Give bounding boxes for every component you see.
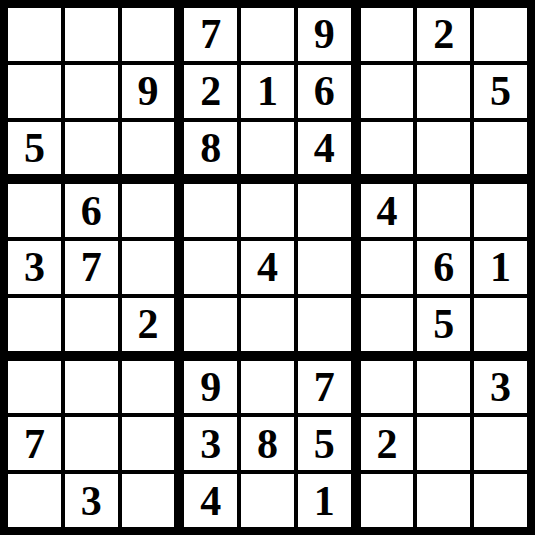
cell-r3c8[interactable] — [417, 122, 470, 175]
cell-r2c8[interactable] — [417, 65, 470, 118]
cell-r7c1[interactable] — [8, 361, 61, 414]
cell-r9c7[interactable] — [361, 474, 414, 527]
cell-r5c5: 4 — [241, 241, 294, 294]
cell-r5c8: 6 — [417, 241, 470, 294]
cell-r9c3[interactable] — [122, 474, 175, 527]
sudoku-box-3: 25 — [361, 8, 527, 174]
cell-r8c2[interactable] — [65, 417, 118, 470]
cell-r5c4[interactable] — [184, 241, 237, 294]
cell-r7c8[interactable] — [417, 361, 470, 414]
cell-r7c2[interactable] — [65, 361, 118, 414]
cell-r9c6: 1 — [298, 474, 351, 527]
sudoku-box-9: 32 — [361, 361, 527, 527]
cell-r2c7[interactable] — [361, 65, 414, 118]
sudoku-box-7: 73 — [8, 361, 174, 527]
cell-r1c3[interactable] — [122, 8, 175, 61]
cell-r6c6[interactable] — [298, 298, 351, 351]
cell-r5c9: 1 — [474, 241, 527, 294]
sudoku-board: 9579216842563724461573973854132 — [0, 0, 535, 535]
cell-r3c1: 5 — [8, 122, 61, 175]
cell-r2c4: 2 — [184, 65, 237, 118]
sudoku-box-6: 4615 — [361, 184, 527, 350]
cell-r1c8: 2 — [417, 8, 470, 61]
cell-r2c9: 5 — [474, 65, 527, 118]
cell-r7c6: 7 — [298, 361, 351, 414]
cell-r3c5[interactable] — [241, 122, 294, 175]
cell-r4c2: 6 — [65, 184, 118, 237]
cell-r8c3[interactable] — [122, 417, 175, 470]
cell-r3c9[interactable] — [474, 122, 527, 175]
cell-r6c9[interactable] — [474, 298, 527, 351]
cell-r5c7[interactable] — [361, 241, 414, 294]
cell-r3c6: 4 — [298, 122, 351, 175]
cell-r6c2[interactable] — [65, 298, 118, 351]
cell-r7c3[interactable] — [122, 361, 175, 414]
cell-r5c6[interactable] — [298, 241, 351, 294]
cell-r3c7[interactable] — [361, 122, 414, 175]
cell-r5c2: 7 — [65, 241, 118, 294]
cell-r6c3: 2 — [122, 298, 175, 351]
cell-r9c5[interactable] — [241, 474, 294, 527]
cell-r4c4[interactable] — [184, 184, 237, 237]
cell-r1c4: 7 — [184, 8, 237, 61]
cell-r5c3[interactable] — [122, 241, 175, 294]
cell-r8c8[interactable] — [417, 417, 470, 470]
sudoku-box-1: 95 — [8, 8, 174, 174]
sudoku-box-5: 4 — [184, 184, 350, 350]
sudoku-box-2: 7921684 — [184, 8, 350, 174]
cell-r4c7: 4 — [361, 184, 414, 237]
cell-r2c2[interactable] — [65, 65, 118, 118]
cell-r4c1[interactable] — [8, 184, 61, 237]
cell-r6c4[interactable] — [184, 298, 237, 351]
cell-r8c1: 7 — [8, 417, 61, 470]
cell-r9c9[interactable] — [474, 474, 527, 527]
cell-r8c7: 2 — [361, 417, 414, 470]
cell-r4c9[interactable] — [474, 184, 527, 237]
cell-r8c6: 5 — [298, 417, 351, 470]
cell-r9c1[interactable] — [8, 474, 61, 527]
cell-r1c5[interactable] — [241, 8, 294, 61]
cell-r6c5[interactable] — [241, 298, 294, 351]
cell-r1c7[interactable] — [361, 8, 414, 61]
cell-r8c5: 8 — [241, 417, 294, 470]
cell-r4c5[interactable] — [241, 184, 294, 237]
cell-r7c4: 9 — [184, 361, 237, 414]
cell-r1c6: 9 — [298, 8, 351, 61]
sudoku-box-8: 9738541 — [184, 361, 350, 527]
cell-r2c1[interactable] — [8, 65, 61, 118]
cell-r6c8: 5 — [417, 298, 470, 351]
cell-r8c4: 3 — [184, 417, 237, 470]
cell-r2c5: 1 — [241, 65, 294, 118]
cell-r3c4: 8 — [184, 122, 237, 175]
cell-r1c2[interactable] — [65, 8, 118, 61]
cell-r4c6[interactable] — [298, 184, 351, 237]
cell-r3c3[interactable] — [122, 122, 175, 175]
cell-r7c5[interactable] — [241, 361, 294, 414]
cell-r2c3: 9 — [122, 65, 175, 118]
sudoku-box-4: 6372 — [8, 184, 174, 350]
cell-r3c2[interactable] — [65, 122, 118, 175]
cell-r2c6: 6 — [298, 65, 351, 118]
cell-r4c3[interactable] — [122, 184, 175, 237]
cell-r9c2: 3 — [65, 474, 118, 527]
cell-r7c7[interactable] — [361, 361, 414, 414]
cell-r8c9[interactable] — [474, 417, 527, 470]
cell-r5c1: 3 — [8, 241, 61, 294]
cell-r1c1[interactable] — [8, 8, 61, 61]
cell-r9c4: 4 — [184, 474, 237, 527]
cell-r9c8[interactable] — [417, 474, 470, 527]
cell-r1c9[interactable] — [474, 8, 527, 61]
cell-r6c7[interactable] — [361, 298, 414, 351]
cell-r4c8[interactable] — [417, 184, 470, 237]
cell-r7c9: 3 — [474, 361, 527, 414]
cell-r6c1[interactable] — [8, 298, 61, 351]
